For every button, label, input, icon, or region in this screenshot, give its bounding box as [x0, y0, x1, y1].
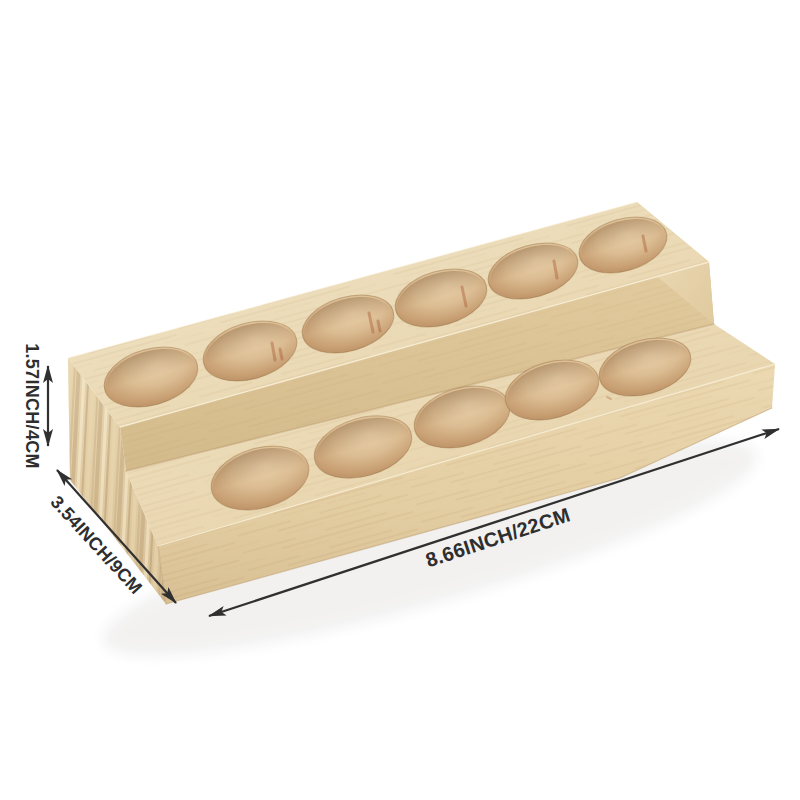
product-photo: 1.57INCH/4CM 3.54INCH/9CM 8.66INCH/22CM [0, 0, 800, 800]
height-dimension-label: 1.57INCH/4CM [22, 343, 42, 469]
height-dimension: 1.57INCH/4CM [22, 343, 48, 469]
product-photo-stage: 1.57INCH/4CM 3.54INCH/9CM 8.66INCH/22CM [0, 0, 800, 800]
